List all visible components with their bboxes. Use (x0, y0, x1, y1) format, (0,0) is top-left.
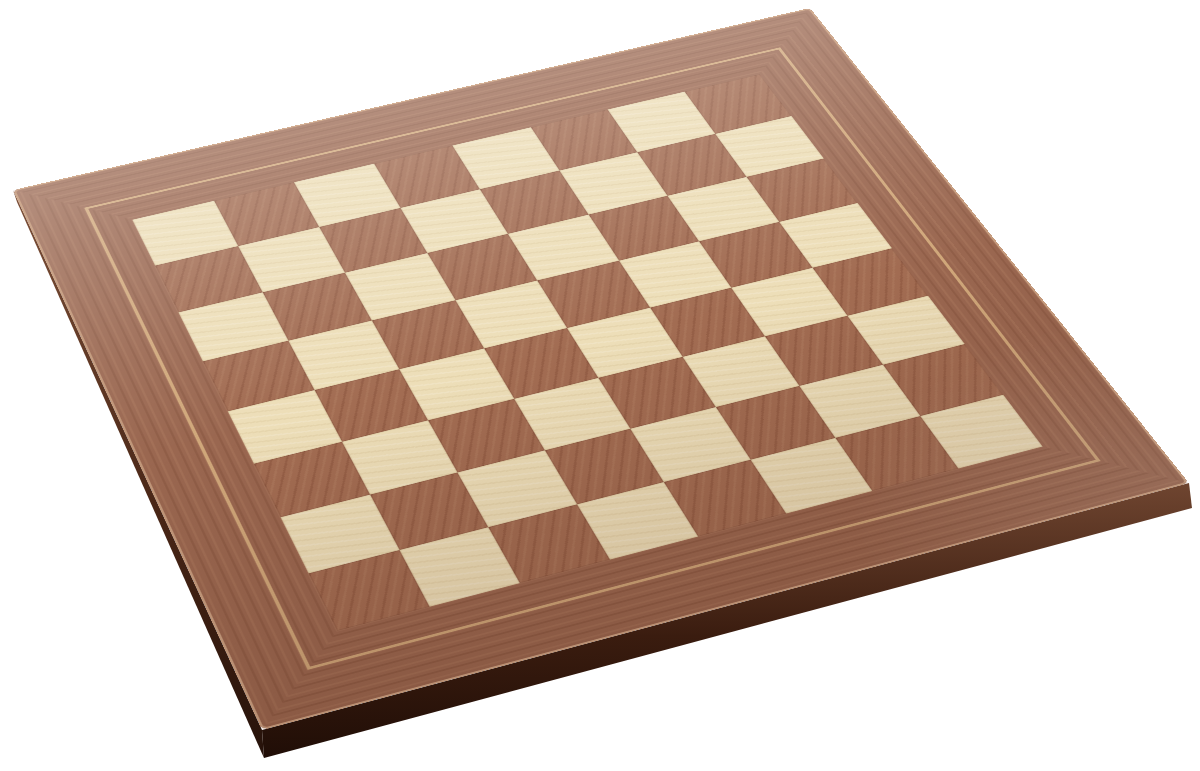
product-photo-scene (0, 0, 1200, 771)
